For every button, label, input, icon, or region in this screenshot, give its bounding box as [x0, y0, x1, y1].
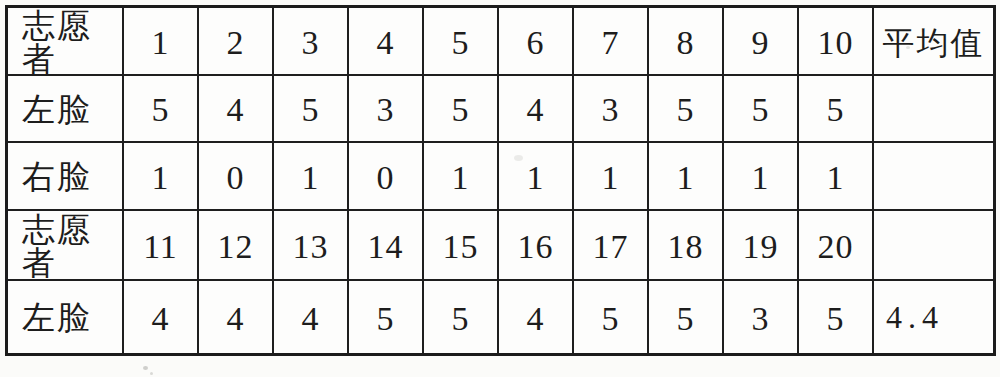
- average-column-header: 平均值: [874, 8, 993, 76]
- table-cell: 5: [274, 76, 349, 143]
- table-cell: 5: [799, 281, 874, 353]
- table-cell: 5: [724, 76, 799, 143]
- table-cell: 5: [424, 281, 499, 353]
- table-cell: 4: [274, 281, 349, 353]
- table-cell: [874, 76, 993, 143]
- table-cell: 4: [349, 8, 424, 76]
- table-cell: 17: [574, 211, 649, 281]
- scan-speck: [143, 366, 148, 370]
- table-cell: 12: [199, 211, 274, 281]
- table-cell: 1: [724, 143, 799, 211]
- table-cell: 3: [349, 76, 424, 143]
- table-cell: 11: [124, 211, 199, 281]
- row-label: 左脸: [8, 76, 124, 143]
- volunteer-score-table: 志愿者 1 2 3 4 5 6 7 8 9 10 平均值 左脸 5 4 5 3 …: [5, 5, 996, 356]
- table-cell: 5: [799, 76, 874, 143]
- table-cell: 14: [349, 211, 424, 281]
- table-cell: 4: [499, 76, 574, 143]
- table-cell: 4: [199, 76, 274, 143]
- table-cell: 1: [499, 143, 574, 211]
- table-cell: 19: [724, 211, 799, 281]
- table-cell: 6: [499, 8, 574, 76]
- table-cell: 1: [124, 143, 199, 211]
- table-cell: 2: [199, 8, 274, 76]
- table-cell: [874, 143, 993, 211]
- table-cell: 5: [349, 281, 424, 353]
- table-cell: 1: [799, 143, 874, 211]
- table-cell: 3: [724, 281, 799, 353]
- table-cell: 4: [199, 281, 274, 353]
- table-cell: [874, 211, 993, 281]
- table-cell: 8: [649, 8, 724, 76]
- table-cell: 5: [574, 281, 649, 353]
- table-cell: 4: [499, 281, 574, 353]
- table-cell: 13: [274, 211, 349, 281]
- row-label: 志愿者: [8, 211, 124, 281]
- scan-speck: [514, 155, 523, 161]
- table-cell: 1: [424, 143, 499, 211]
- table-cell: 3: [274, 8, 349, 76]
- table-cell: 15: [424, 211, 499, 281]
- row-label: 左脸: [8, 281, 124, 353]
- table-cell: 5: [424, 76, 499, 143]
- table-cell: 1: [274, 143, 349, 211]
- row-label: 右脸: [8, 143, 124, 211]
- table-cell: 5: [424, 8, 499, 76]
- average-value-cell: 4.4: [874, 281, 993, 353]
- scan-speck: [150, 372, 153, 375]
- table-cell: 5: [124, 76, 199, 143]
- table-cell: 1: [124, 8, 199, 76]
- table-cell: 7: [574, 8, 649, 76]
- table-cell: 0: [349, 143, 424, 211]
- table-cell: 1: [649, 143, 724, 211]
- table-cell: 5: [649, 281, 724, 353]
- table-cell: 0: [199, 143, 274, 211]
- table-cell: 18: [649, 211, 724, 281]
- table-cell: 16: [499, 211, 574, 281]
- table-cell: 5: [649, 76, 724, 143]
- table-cell: 10: [799, 8, 874, 76]
- table-cell: 3: [574, 76, 649, 143]
- scan-speck: [906, 46, 910, 49]
- table-cell: 1: [574, 143, 649, 211]
- table-cell: 9: [724, 8, 799, 76]
- row-label: 志愿者: [8, 8, 124, 76]
- table-cell: 4: [124, 281, 199, 353]
- table-cell: 20: [799, 211, 874, 281]
